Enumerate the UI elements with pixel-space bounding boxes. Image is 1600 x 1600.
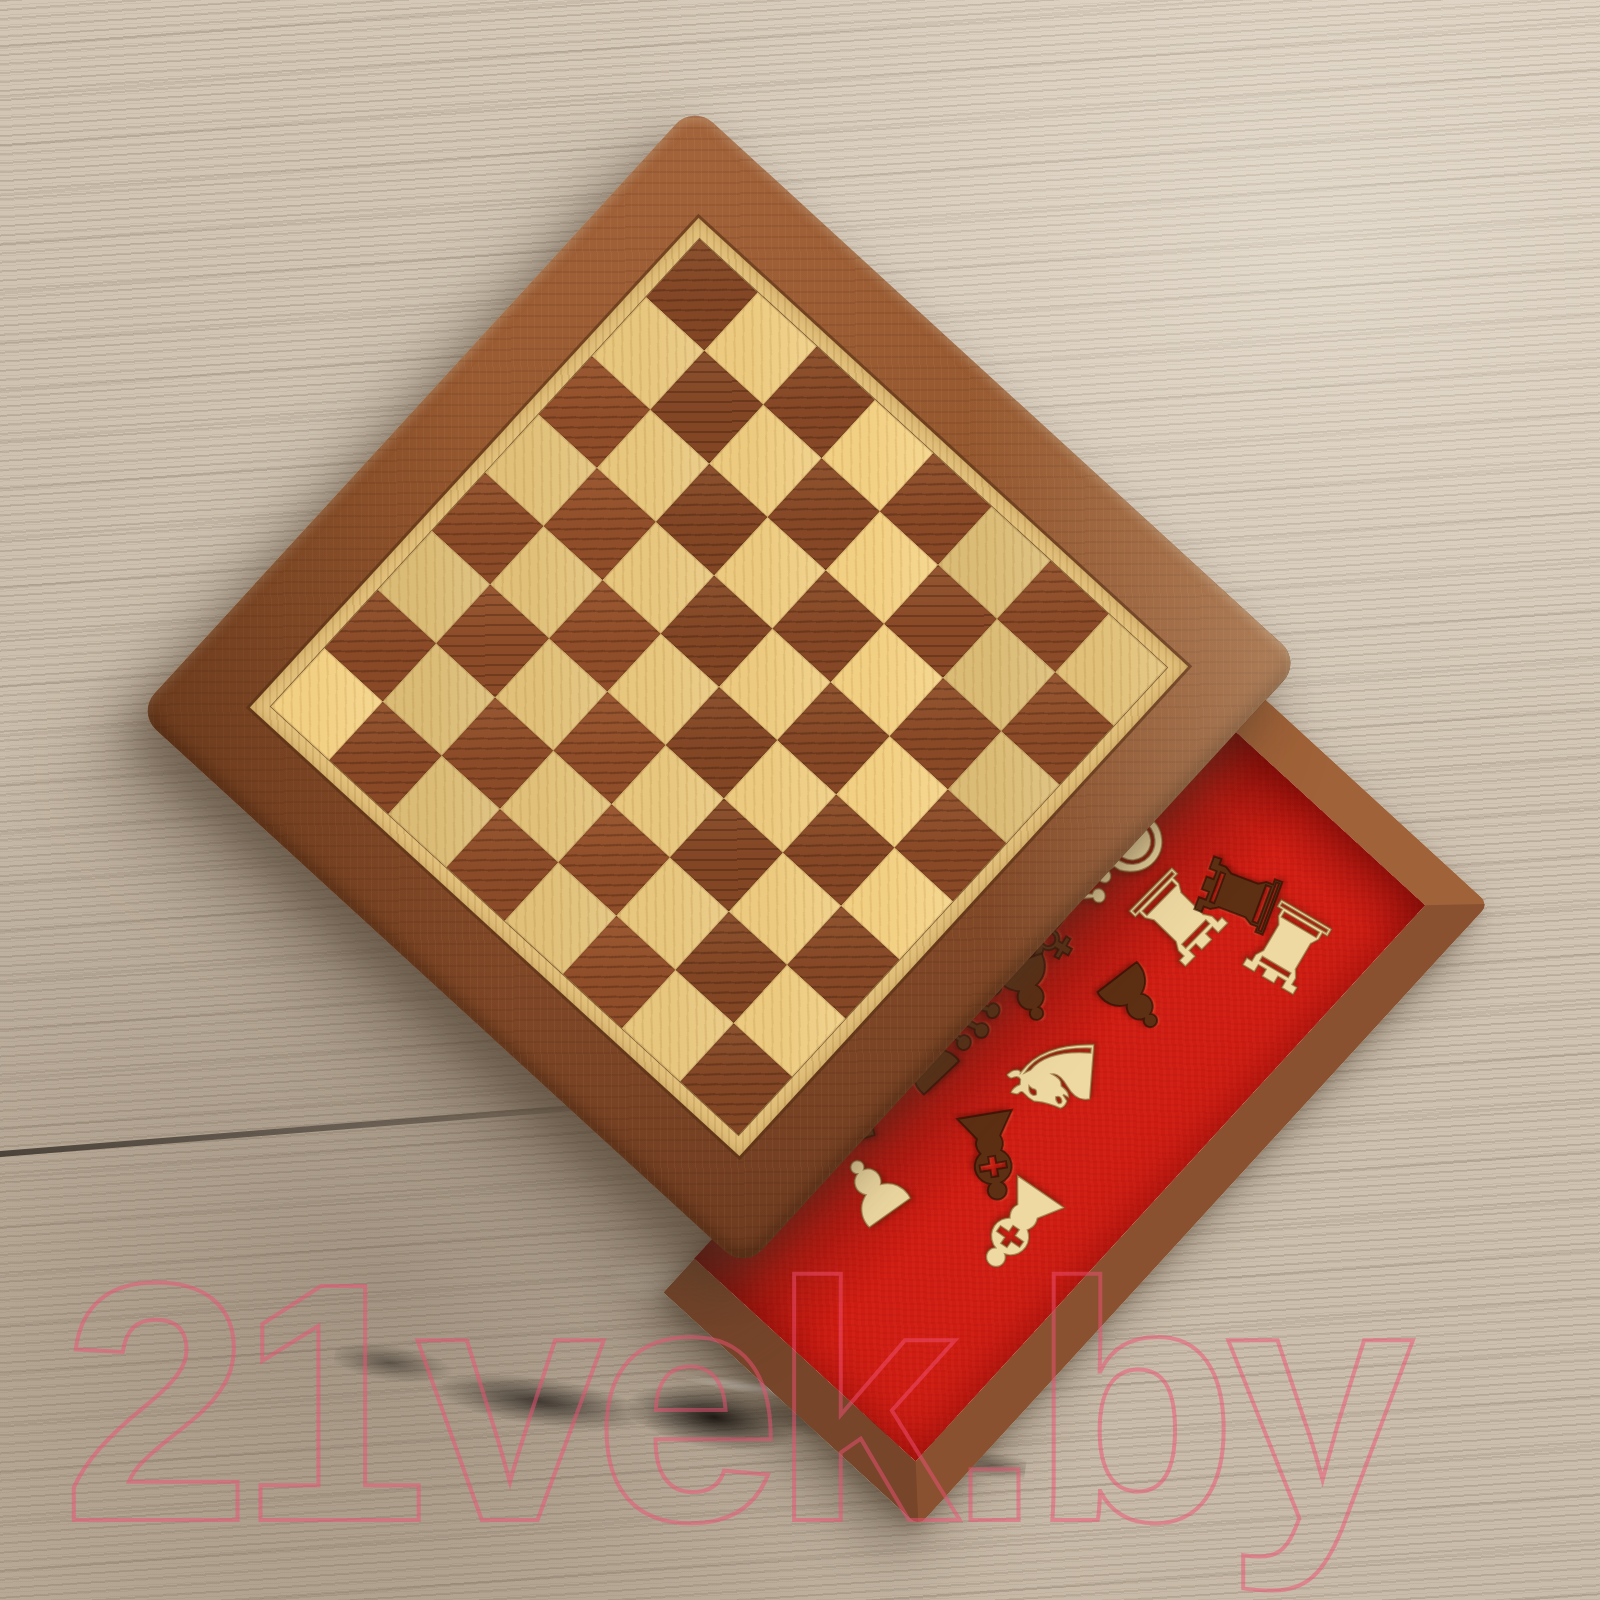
photo-stage: ♚♛♜♜♚♛♜♟♟♞♝♟♝♟♟ 21vek.by [0,0,1600,1600]
